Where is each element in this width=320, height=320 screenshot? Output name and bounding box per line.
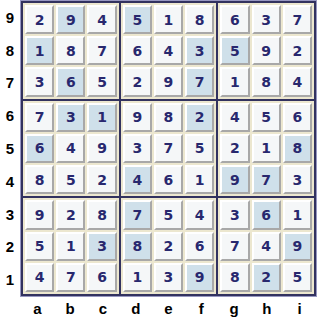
cell-f5[interactable]: 5: [185, 134, 214, 163]
cell-i3[interactable]: 1: [283, 200, 312, 229]
cell-g6[interactable]: 4: [220, 103, 249, 132]
column-label-i: i: [283, 296, 316, 320]
cell-h4[interactable]: 7: [252, 165, 281, 194]
cell-f1[interactable]: 9: [185, 263, 214, 292]
cell-i4[interactable]: 3: [283, 165, 312, 194]
cell-c4[interactable]: 2: [87, 165, 116, 194]
cell-g9[interactable]: 6: [220, 5, 249, 34]
cell-g1[interactable]: 8: [220, 263, 249, 292]
box-2-0: 928513476: [23, 198, 119, 294]
cell-f4[interactable]: 1: [185, 165, 214, 194]
box-0-0: 294187365: [23, 3, 119, 99]
cell-a1[interactable]: 4: [25, 263, 54, 292]
cell-g3[interactable]: 3: [220, 200, 249, 229]
row-label-5: 5: [0, 132, 20, 165]
cell-i9[interactable]: 7: [283, 5, 312, 34]
cell-f6[interactable]: 2: [185, 103, 214, 132]
cell-e3[interactable]: 5: [154, 200, 183, 229]
cell-c3[interactable]: 8: [87, 200, 116, 229]
cell-d7[interactable]: 2: [123, 67, 152, 96]
box-1-1: 982375461: [121, 101, 217, 197]
cell-a3[interactable]: 9: [25, 200, 54, 229]
cell-c2[interactable]: 3: [87, 232, 116, 261]
sudoku-app: 987654321 294187365518643297637592184731…: [0, 0, 320, 320]
cell-h7[interactable]: 8: [252, 67, 281, 96]
cell-g5[interactable]: 2: [220, 134, 249, 163]
cell-e1[interactable]: 3: [154, 263, 183, 292]
box-0-1: 518643297: [121, 3, 217, 99]
column-label-b: b: [54, 296, 87, 320]
box-2-1: 754826139: [121, 198, 217, 294]
box-1-0: 731649852: [23, 101, 119, 197]
cell-h9[interactable]: 3: [252, 5, 281, 34]
cell-h3[interactable]: 6: [252, 200, 281, 229]
cell-f2[interactable]: 6: [185, 232, 214, 261]
cell-b7[interactable]: 6: [56, 67, 85, 96]
cell-b9[interactable]: 9: [56, 5, 85, 34]
cell-c1[interactable]: 6: [87, 263, 116, 292]
cell-a6[interactable]: 7: [25, 103, 54, 132]
cell-d6[interactable]: 9: [123, 103, 152, 132]
box-0-2: 637592184: [218, 3, 314, 99]
row-labels: 987654321: [0, 1, 20, 296]
column-label-c: c: [87, 296, 120, 320]
cell-h8[interactable]: 9: [252, 36, 281, 65]
cell-b3[interactable]: 2: [56, 200, 85, 229]
column-label-h: h: [250, 296, 283, 320]
cell-b2[interactable]: 1: [56, 232, 85, 261]
column-label-d: d: [119, 296, 152, 320]
cell-h2[interactable]: 4: [252, 232, 281, 261]
cell-c9[interactable]: 4: [87, 5, 116, 34]
column-label-e: e: [152, 296, 185, 320]
cell-i6[interactable]: 6: [283, 103, 312, 132]
row-label-9: 9: [0, 1, 20, 34]
cell-e5[interactable]: 7: [154, 134, 183, 163]
cell-e8[interactable]: 4: [154, 36, 183, 65]
column-label-f: f: [185, 296, 218, 320]
cell-a5[interactable]: 6: [25, 134, 54, 163]
cell-f8[interactable]: 3: [185, 36, 214, 65]
cell-i1[interactable]: 5: [283, 263, 312, 292]
cell-d9[interactable]: 5: [123, 5, 152, 34]
cell-i7[interactable]: 4: [283, 67, 312, 96]
cell-g7[interactable]: 1: [220, 67, 249, 96]
cell-e9[interactable]: 1: [154, 5, 183, 34]
row-label-8: 8: [0, 34, 20, 67]
row-label-3: 3: [0, 198, 20, 231]
box-1-2: 456218973: [218, 101, 314, 197]
cell-a2[interactable]: 5: [25, 232, 54, 261]
row-label-7: 7: [0, 67, 20, 100]
box-2-2: 361749825: [218, 198, 314, 294]
cell-f3[interactable]: 4: [185, 200, 214, 229]
cell-d3[interactable]: 7: [123, 200, 152, 229]
cell-a8[interactable]: 1: [25, 36, 54, 65]
row-label-4: 4: [0, 165, 20, 198]
cell-d8[interactable]: 6: [123, 36, 152, 65]
column-label-g: g: [218, 296, 251, 320]
cell-h6[interactable]: 5: [252, 103, 281, 132]
cell-a4[interactable]: 8: [25, 165, 54, 194]
cell-b4[interactable]: 5: [56, 165, 85, 194]
cell-b1[interactable]: 7: [56, 263, 85, 292]
cell-h5[interactable]: 1: [252, 134, 281, 163]
sudoku-board: 2941873655186432976375921847316498529823…: [21, 1, 316, 296]
cell-b8[interactable]: 8: [56, 36, 85, 65]
cell-e7[interactable]: 9: [154, 67, 183, 96]
row-label-6: 6: [0, 99, 20, 132]
cell-g2[interactable]: 7: [220, 232, 249, 261]
cell-d1[interactable]: 1: [123, 263, 152, 292]
cell-i8[interactable]: 2: [283, 36, 312, 65]
cell-g4[interactable]: 9: [220, 165, 249, 194]
cell-e4[interactable]: 6: [154, 165, 183, 194]
row-label-1: 1: [0, 263, 20, 296]
cell-c5[interactable]: 9: [87, 134, 116, 163]
column-label-a: a: [21, 296, 54, 320]
cell-c7[interactable]: 5: [87, 67, 116, 96]
cell-i2[interactable]: 9: [283, 232, 312, 261]
cell-a9[interactable]: 2: [25, 5, 54, 34]
cell-h1[interactable]: 2: [252, 263, 281, 292]
cell-a7[interactable]: 3: [25, 67, 54, 96]
row-label-2: 2: [0, 230, 20, 263]
cell-f9[interactable]: 8: [185, 5, 214, 34]
cell-b5[interactable]: 4: [56, 134, 85, 163]
cell-i5[interactable]: 8: [283, 134, 312, 163]
cell-c8[interactable]: 7: [87, 36, 116, 65]
cell-e2[interactable]: 2: [154, 232, 183, 261]
cell-d5[interactable]: 3: [123, 134, 152, 163]
cell-d4[interactable]: 4: [123, 165, 152, 194]
cell-e6[interactable]: 8: [154, 103, 183, 132]
column-labels: abcdefghi: [21, 296, 316, 320]
cell-b6[interactable]: 3: [56, 103, 85, 132]
cell-f7[interactable]: 7: [185, 67, 214, 96]
cell-g8[interactable]: 5: [220, 36, 249, 65]
cell-c6[interactable]: 1: [87, 103, 116, 132]
cell-d2[interactable]: 8: [123, 232, 152, 261]
